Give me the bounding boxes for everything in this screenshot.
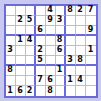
cell-r6c9[interactable]: [86, 56, 96, 66]
cell-r4c2[interactable]: 1: [16, 36, 26, 46]
cell-r2c7[interactable]: [66, 16, 76, 26]
cell-r5c1[interactable]: 3: [6, 46, 16, 56]
cell-r1c2[interactable]: [16, 6, 26, 16]
cell-r1c4[interactable]: [36, 6, 46, 16]
cell-r3c7[interactable]: [66, 26, 76, 36]
cell-r3c2[interactable]: [16, 26, 26, 36]
cell-r5c7[interactable]: [66, 46, 76, 56]
cell-r6c2[interactable]: [16, 56, 26, 66]
cell-r6c3[interactable]: [26, 56, 36, 66]
cell-r1c5[interactable]: 4: [46, 6, 56, 16]
cell-r1c9[interactable]: 7: [86, 6, 96, 16]
cell-r2c8[interactable]: [76, 16, 86, 26]
cell-r2c3[interactable]: 5: [26, 16, 36, 26]
cell-r1c7[interactable]: 8: [66, 6, 76, 16]
cell-r1c1[interactable]: [6, 6, 16, 16]
cell-r4c4[interactable]: [36, 36, 46, 46]
cell-r3c8[interactable]: [76, 26, 86, 36]
cell-r9c7[interactable]: [66, 86, 76, 96]
cell-r9c8[interactable]: [76, 86, 86, 96]
cell-r8c4[interactable]: 7: [36, 76, 46, 86]
cell-r5c4[interactable]: 2: [36, 46, 46, 56]
cell-r5c9[interactable]: 1: [86, 46, 96, 56]
cell-r6c7[interactable]: 3: [66, 56, 76, 66]
cell-r9c3[interactable]: 2: [26, 86, 36, 96]
cell-r6c4[interactable]: 5: [36, 56, 46, 66]
cell-r2c1[interactable]: [6, 16, 16, 26]
cell-r8c2[interactable]: [16, 76, 26, 86]
cell-r8c3[interactable]: [26, 76, 36, 86]
cell-r6c6[interactable]: [56, 56, 66, 66]
cell-r9c6[interactable]: [56, 86, 66, 96]
cell-r5c6[interactable]: 6: [56, 46, 66, 56]
sudoku-page: 482725936914832615388176141628: [0, 0, 101, 101]
cell-r7c4[interactable]: [36, 66, 46, 76]
cell-r2c2[interactable]: 2: [16, 16, 26, 26]
cell-r1c6[interactable]: [56, 6, 66, 16]
cell-r3c3[interactable]: [26, 26, 36, 36]
cell-r8c8[interactable]: 4: [76, 76, 86, 86]
cell-r5c8[interactable]: [76, 46, 86, 56]
cell-r3c9[interactable]: 9: [86, 26, 96, 36]
cell-r4c6[interactable]: 8: [56, 36, 66, 46]
cell-r9c4[interactable]: [36, 86, 46, 96]
cell-r4c3[interactable]: 4: [26, 36, 36, 46]
cell-r3c6[interactable]: [56, 26, 66, 36]
cell-r1c3[interactable]: [26, 6, 36, 16]
cell-r8c1[interactable]: [6, 76, 16, 86]
cell-r2c4[interactable]: [36, 16, 46, 26]
cell-r9c5[interactable]: 8: [46, 86, 56, 96]
cell-r3c1[interactable]: [6, 26, 16, 36]
cell-r6c1[interactable]: [6, 56, 16, 66]
cell-r2c5[interactable]: 9: [46, 16, 56, 26]
cell-r5c2[interactable]: [16, 46, 26, 56]
cell-r7c8[interactable]: [76, 66, 86, 76]
cell-r7c1[interactable]: 8: [6, 66, 16, 76]
cell-r5c5[interactable]: [46, 46, 56, 56]
cell-r7c3[interactable]: [26, 66, 36, 76]
cell-r7c6[interactable]: 1: [56, 66, 66, 76]
cell-r5c3[interactable]: [26, 46, 36, 56]
cell-r3c4[interactable]: 6: [36, 26, 46, 36]
cell-r6c8[interactable]: 8: [76, 56, 86, 66]
cell-r7c9[interactable]: [86, 66, 96, 76]
sudoku-board: 482725936914832615388176141628: [4, 4, 98, 98]
cell-r4c1[interactable]: [6, 36, 16, 46]
cell-r7c7[interactable]: [66, 66, 76, 76]
cell-r8c9[interactable]: [86, 76, 96, 86]
cell-r4c7[interactable]: [66, 36, 76, 46]
cell-r3c5[interactable]: [46, 26, 56, 36]
cell-r4c8[interactable]: [76, 36, 86, 46]
cell-r2c6[interactable]: 3: [56, 16, 66, 26]
cell-r4c9[interactable]: [86, 36, 96, 46]
cell-r7c2[interactable]: [16, 66, 26, 76]
cell-r6c5[interactable]: [46, 56, 56, 66]
cell-r9c2[interactable]: 6: [16, 86, 26, 96]
cell-r8c7[interactable]: 1: [66, 76, 76, 86]
cell-r7c5[interactable]: [46, 66, 56, 76]
cell-r1c8[interactable]: 2: [76, 6, 86, 16]
cell-r2c9[interactable]: [86, 16, 96, 26]
cell-r9c9[interactable]: [86, 86, 96, 96]
cell-r4c5[interactable]: [46, 36, 56, 46]
cell-r8c5[interactable]: 6: [46, 76, 56, 86]
cell-r8c6[interactable]: [56, 76, 66, 86]
cell-r9c1[interactable]: 1: [6, 86, 16, 96]
